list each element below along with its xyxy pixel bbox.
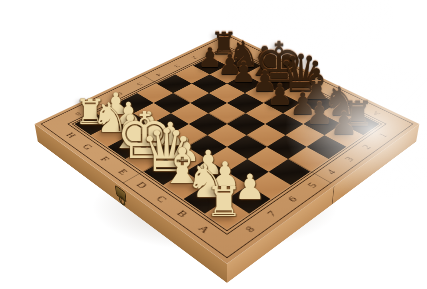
side-seam-icon <box>332 186 335 205</box>
piece-dark-pawn[interactable]: ♟ <box>325 108 362 139</box>
chess-set-photo: HGFEDCBA 12345678 HGFEDCBA 12345678 ♜♞♝♛… <box>0 0 427 289</box>
clasp-latch <box>115 185 126 203</box>
piece-light-rook[interactable]: ♜ <box>199 182 248 223</box>
